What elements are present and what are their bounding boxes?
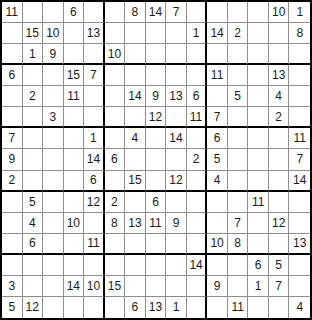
cell-r9c11[interactable]: 4 (207, 171, 228, 192)
cell-r9c15[interactable]: 14 (289, 171, 310, 192)
cell-r8c12[interactable] (228, 149, 249, 170)
cell-r4c4[interactable]: 15 (64, 65, 85, 86)
cell-r14c3[interactable] (43, 276, 64, 297)
cell-r9c1[interactable]: 2 (2, 171, 23, 192)
cell-r12c10[interactable] (187, 234, 208, 255)
cell-r11c11[interactable] (207, 213, 228, 234)
cell-r10c13[interactable]: 11 (248, 192, 269, 213)
cell-r12c15[interactable]: 13 (289, 234, 310, 255)
cell-r11c6[interactable]: 8 (105, 213, 126, 234)
cell-r12c14[interactable] (269, 234, 290, 255)
cell-r14c13[interactable]: 1 (248, 276, 269, 297)
cell-r3c12[interactable] (228, 44, 249, 65)
cell-r8c14[interactable] (269, 149, 290, 170)
cell-r12c4[interactable] (64, 234, 85, 255)
cell-r8c3[interactable] (43, 149, 64, 170)
cell-r5c11[interactable] (207, 86, 228, 107)
cell-r11c14[interactable]: 12 (269, 213, 290, 234)
cell-r7c5[interactable]: 1 (84, 128, 105, 149)
cell-r7c12[interactable] (228, 128, 249, 149)
cell-r3c8[interactable] (146, 44, 167, 65)
cell-r12c5[interactable]: 11 (84, 234, 105, 255)
cell-r10c6[interactable]: 2 (105, 192, 126, 213)
cell-r10c3[interactable] (43, 192, 64, 213)
cell-r11c15[interactable] (289, 213, 310, 234)
cell-r12c6[interactable] (105, 234, 126, 255)
cell-r2c1[interactable] (2, 23, 23, 44)
cell-r12c7[interactable] (125, 234, 146, 255)
cell-r12c8[interactable] (146, 234, 167, 255)
cell-r9c7[interactable]: 15 (125, 171, 146, 192)
cell-r4c14[interactable]: 13 (269, 65, 290, 86)
cell-r5c14[interactable]: 4 (269, 86, 290, 107)
cell-r8c2[interactable] (23, 149, 44, 170)
cell-r7c9[interactable]: 14 (166, 128, 187, 149)
cell-r15c2[interactable]: 12 (23, 297, 44, 318)
cell-r7c3[interactable] (43, 128, 64, 149)
cell-r3c3[interactable]: 9 (43, 44, 64, 65)
cell-r10c4[interactable] (64, 192, 85, 213)
cell-r8c1[interactable]: 9 (2, 149, 23, 170)
cell-r15c3[interactable] (43, 297, 64, 318)
cell-r9c6[interactable] (105, 171, 126, 192)
cell-r7c2[interactable] (23, 128, 44, 149)
cell-r15c4[interactable] (64, 297, 85, 318)
cell-r15c12[interactable]: 11 (228, 297, 249, 318)
cell-r13c6[interactable] (105, 255, 126, 276)
cell-r6c8[interactable]: 12 (146, 107, 167, 128)
cell-r6c12[interactable] (228, 107, 249, 128)
cell-r14c14[interactable]: 7 (269, 276, 290, 297)
cell-r14c7[interactable] (125, 276, 146, 297)
cell-r2c12[interactable]: 2 (228, 23, 249, 44)
cell-r3c2[interactable]: 1 (23, 44, 44, 65)
cell-r11c10[interactable] (187, 213, 208, 234)
cell-r13c13[interactable]: 6 (248, 255, 269, 276)
cell-r10c5[interactable]: 12 (84, 192, 105, 213)
cell-r1c13[interactable] (248, 2, 269, 23)
cell-r9c2[interactable] (23, 171, 44, 192)
cell-r3c14[interactable] (269, 44, 290, 65)
cell-r5c5[interactable] (84, 86, 105, 107)
cell-r14c2[interactable] (23, 276, 44, 297)
cell-r15c6[interactable] (105, 297, 126, 318)
cell-r11c13[interactable] (248, 213, 269, 234)
cell-r2c8[interactable] (146, 23, 167, 44)
cell-r1c2[interactable] (23, 2, 44, 23)
cell-r10c8[interactable]: 6 (146, 192, 167, 213)
cell-r5c9[interactable]: 13 (166, 86, 187, 107)
cell-r11c12[interactable]: 7 (228, 213, 249, 234)
cell-r4c1[interactable]: 6 (2, 65, 23, 86)
cell-r7c10[interactable] (187, 128, 208, 149)
cell-r15c11[interactable] (207, 297, 228, 318)
cell-r4c12[interactable] (228, 65, 249, 86)
cell-r13c10[interactable]: 14 (187, 255, 208, 276)
cell-r6c15[interactable] (289, 107, 310, 128)
cell-r9c10[interactable] (187, 171, 208, 192)
cell-r6c14[interactable]: 2 (269, 107, 290, 128)
cell-r9c13[interactable] (248, 171, 269, 192)
cell-r15c14[interactable] (269, 297, 290, 318)
cell-r1c7[interactable]: 8 (125, 2, 146, 23)
cell-r14c11[interactable]: 9 (207, 276, 228, 297)
cell-r14c6[interactable]: 15 (105, 276, 126, 297)
cell-r14c4[interactable]: 14 (64, 276, 85, 297)
cell-r1c10[interactable] (187, 2, 208, 23)
cell-r4c15[interactable] (289, 65, 310, 86)
cell-r3c6[interactable]: 10 (105, 44, 126, 65)
cell-r9c9[interactable]: 12 (166, 171, 187, 192)
cell-r2c13[interactable] (248, 23, 269, 44)
cell-r2c7[interactable] (125, 23, 146, 44)
cell-r6c10[interactable]: 11 (187, 107, 208, 128)
cell-r11c2[interactable]: 4 (23, 213, 44, 234)
cell-r6c1[interactable] (2, 107, 23, 128)
cell-r10c15[interactable] (289, 192, 310, 213)
cell-r15c5[interactable] (84, 297, 105, 318)
cell-r2c6[interactable] (105, 23, 126, 44)
cell-r3c1[interactable] (2, 44, 23, 65)
cell-r7c15[interactable]: 11 (289, 128, 310, 149)
cell-r7c4[interactable] (64, 128, 85, 149)
cell-r11c7[interactable]: 13 (125, 213, 146, 234)
cell-r2c15[interactable]: 8 (289, 23, 310, 44)
cell-r5c8[interactable]: 9 (146, 86, 167, 107)
cell-r15c9[interactable]: 1 (166, 297, 187, 318)
cell-r1c9[interactable]: 7 (166, 2, 187, 23)
cell-r10c2[interactable]: 5 (23, 192, 44, 213)
cell-r8c10[interactable]: 2 (187, 149, 208, 170)
cell-r13c4[interactable] (64, 255, 85, 276)
cell-r4c3[interactable] (43, 65, 64, 86)
cell-r8c13[interactable] (248, 149, 269, 170)
cell-r14c12[interactable] (228, 276, 249, 297)
cell-r8c15[interactable]: 7 (289, 149, 310, 170)
cell-r1c4[interactable]: 6 (64, 2, 85, 23)
cell-r9c5[interactable]: 6 (84, 171, 105, 192)
cell-r10c14[interactable] (269, 192, 290, 213)
cell-r12c13[interactable] (248, 234, 269, 255)
cell-r14c1[interactable]: 3 (2, 276, 23, 297)
cell-r13c12[interactable] (228, 255, 249, 276)
cell-r11c9[interactable]: 9 (166, 213, 187, 234)
cell-r1c15[interactable]: 1 (289, 2, 310, 23)
cell-r9c4[interactable] (64, 171, 85, 192)
cell-r15c7[interactable]: 6 (125, 297, 146, 318)
cell-r6c5[interactable] (84, 107, 105, 128)
cell-r4c8[interactable] (146, 65, 167, 86)
cell-r13c15[interactable] (289, 255, 310, 276)
cell-r8c6[interactable]: 6 (105, 149, 126, 170)
cell-r5c15[interactable] (289, 86, 310, 107)
cell-r7c11[interactable]: 6 (207, 128, 228, 149)
cell-r13c8[interactable] (146, 255, 167, 276)
cell-r8c8[interactable] (146, 149, 167, 170)
sudoku-board: 1168147101151013114281910615711132111491… (0, 0, 312, 320)
cell-r13c1[interactable] (2, 255, 23, 276)
cell-r4c13[interactable] (248, 65, 269, 86)
cell-r15c15[interactable]: 4 (289, 297, 310, 318)
cell-r4c6[interactable] (105, 65, 126, 86)
cell-r2c5[interactable]: 13 (84, 23, 105, 44)
cell-r14c5[interactable]: 10 (84, 276, 105, 297)
cell-r1c5[interactable] (84, 2, 105, 23)
cell-r9c8[interactable] (146, 171, 167, 192)
cell-r4c5[interactable]: 7 (84, 65, 105, 86)
cell-r11c8[interactable]: 11 (146, 213, 167, 234)
cell-r9c3[interactable] (43, 171, 64, 192)
cell-r7c14[interactable] (269, 128, 290, 149)
cell-r2c11[interactable]: 14 (207, 23, 228, 44)
cell-r2c2[interactable]: 15 (23, 23, 44, 44)
cell-r3c13[interactable] (248, 44, 269, 65)
cell-r5c6[interactable] (105, 86, 126, 107)
cell-r13c2[interactable] (23, 255, 44, 276)
cell-r8c7[interactable] (125, 149, 146, 170)
cell-r5c3[interactable] (43, 86, 64, 107)
cell-r6c3[interactable]: 3 (43, 107, 64, 128)
cell-r15c8[interactable]: 13 (146, 297, 167, 318)
cell-r4c11[interactable]: 11 (207, 65, 228, 86)
cell-r1c1[interactable]: 11 (2, 2, 23, 23)
cell-r15c13[interactable] (248, 297, 269, 318)
cell-r14c10[interactable] (187, 276, 208, 297)
cell-r8c9[interactable] (166, 149, 187, 170)
cell-r13c3[interactable] (43, 255, 64, 276)
cell-r11c3[interactable] (43, 213, 64, 234)
cell-r11c1[interactable] (2, 213, 23, 234)
cell-r6c7[interactable] (125, 107, 146, 128)
cell-r13c11[interactable] (207, 255, 228, 276)
cell-r10c9[interactable] (166, 192, 187, 213)
cell-r2c4[interactable] (64, 23, 85, 44)
cell-r5c4[interactable]: 11 (64, 86, 85, 107)
cell-r3c10[interactable] (187, 44, 208, 65)
cell-r5c13[interactable] (248, 86, 269, 107)
cell-r6c13[interactable] (248, 107, 269, 128)
cell-r12c2[interactable]: 6 (23, 234, 44, 255)
cell-r5c10[interactable]: 6 (187, 86, 208, 107)
cell-r11c5[interactable] (84, 213, 105, 234)
cell-r13c14[interactable]: 5 (269, 255, 290, 276)
cell-r1c14[interactable]: 10 (269, 2, 290, 23)
cell-r1c6[interactable] (105, 2, 126, 23)
cell-r15c10[interactable] (187, 297, 208, 318)
cell-r2c9[interactable] (166, 23, 187, 44)
cell-r13c9[interactable] (166, 255, 187, 276)
cell-r3c9[interactable] (166, 44, 187, 65)
cell-r1c3[interactable] (43, 2, 64, 23)
cell-r4c9[interactable] (166, 65, 187, 86)
cell-r12c3[interactable] (43, 234, 64, 255)
cell-r10c12[interactable] (228, 192, 249, 213)
cell-r4c7[interactable] (125, 65, 146, 86)
cell-r7c8[interactable] (146, 128, 167, 149)
cell-r5c7[interactable]: 14 (125, 86, 146, 107)
cell-r7c7[interactable]: 4 (125, 128, 146, 149)
cell-r8c11[interactable]: 5 (207, 149, 228, 170)
cell-r6c6[interactable] (105, 107, 126, 128)
cell-r9c12[interactable] (228, 171, 249, 192)
cell-r2c10[interactable]: 1 (187, 23, 208, 44)
cell-r6c2[interactable] (23, 107, 44, 128)
cell-r10c7[interactable] (125, 192, 146, 213)
cell-r4c10[interactable] (187, 65, 208, 86)
cell-r9c14[interactable] (269, 171, 290, 192)
cell-r2c14[interactable] (269, 23, 290, 44)
cell-r10c10[interactable] (187, 192, 208, 213)
cell-r8c4[interactable] (64, 149, 85, 170)
cell-r10c1[interactable] (2, 192, 23, 213)
cell-r12c1[interactable] (2, 234, 23, 255)
cell-r4c2[interactable] (23, 65, 44, 86)
cell-r1c11[interactable] (207, 2, 228, 23)
cell-r14c15[interactable] (289, 276, 310, 297)
cell-r15c1[interactable]: 5 (2, 297, 23, 318)
cell-r12c9[interactable] (166, 234, 187, 255)
cell-r1c12[interactable] (228, 2, 249, 23)
cell-r3c15[interactable] (289, 44, 310, 65)
cell-r7c6[interactable] (105, 128, 126, 149)
cell-r10c11[interactable] (207, 192, 228, 213)
cell-r7c1[interactable]: 7 (2, 128, 23, 149)
cell-r3c11[interactable] (207, 44, 228, 65)
cell-r6c9[interactable] (166, 107, 187, 128)
cell-r5c2[interactable]: 2 (23, 86, 44, 107)
cell-r6c4[interactable] (64, 107, 85, 128)
cell-r3c5[interactable] (84, 44, 105, 65)
cell-r14c9[interactable] (166, 276, 187, 297)
cell-r3c4[interactable] (64, 44, 85, 65)
cell-r3c7[interactable] (125, 44, 146, 65)
cell-r5c12[interactable]: 5 (228, 86, 249, 107)
cell-r2c3[interactable]: 10 (43, 23, 64, 44)
cell-r5c1[interactable] (2, 86, 23, 107)
cell-r13c5[interactable] (84, 255, 105, 276)
cell-r13c7[interactable] (125, 255, 146, 276)
cell-r1c8[interactable]: 14 (146, 2, 167, 23)
cell-r8c5[interactable]: 14 (84, 149, 105, 170)
cell-r14c8[interactable] (146, 276, 167, 297)
cell-r11c4[interactable]: 10 (64, 213, 85, 234)
cell-r12c12[interactable]: 8 (228, 234, 249, 255)
cell-r12c11[interactable]: 10 (207, 234, 228, 255)
cell-r6c11[interactable]: 7 (207, 107, 228, 128)
cell-r7c13[interactable] (248, 128, 269, 149)
